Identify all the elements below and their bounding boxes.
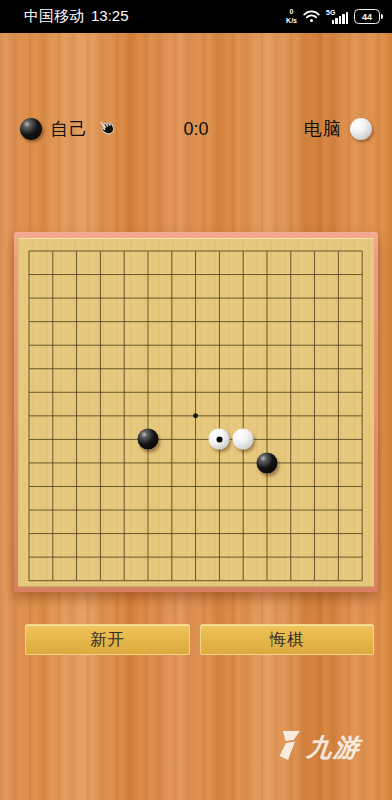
board-surface[interactable]: [18, 238, 374, 587]
white-stone: [209, 429, 230, 450]
carrier-label: 中国移动: [24, 7, 84, 26]
player-black-name: 自己: [50, 117, 88, 141]
status-bar: 中国移动 13:25 0 K/s 5G 44: [0, 0, 392, 33]
last-move-marker: [216, 436, 222, 442]
network-speed-unit: K/s: [286, 17, 297, 25]
player-bar: 自己 0:0 电脑: [0, 111, 392, 147]
gomoku-board[interactable]: [14, 232, 378, 592]
board-grid: [29, 251, 362, 581]
undo-button[interactable]: 悔棋: [200, 624, 374, 655]
network-speed-indicator: 0 K/s: [286, 8, 297, 24]
clock-label: 13:25: [91, 7, 129, 24]
battery-icon: 44: [354, 9, 380, 24]
signal-bars-icon: [332, 12, 348, 24]
wifi-icon: [303, 10, 320, 23]
black-stone: [138, 429, 159, 450]
player-white-name: 电脑: [304, 117, 342, 141]
player-white: 电脑: [304, 117, 372, 141]
turn-hand-cursor-icon: [94, 118, 115, 139]
cell-signal-icon: 5G: [326, 9, 348, 25]
control-bar: 新开 悔棋: [25, 624, 374, 655]
black-stone: [257, 452, 278, 473]
status-left: 中国移动 13:25: [24, 7, 129, 26]
new-game-button[interactable]: 新开: [25, 624, 190, 655]
network-speed-value: 0: [290, 8, 294, 16]
status-right: 0 K/s 5G 44: [286, 8, 380, 24]
black-stone-icon: [20, 118, 42, 140]
white-stone: [233, 429, 254, 450]
white-stone-icon: [350, 118, 372, 140]
battery-percent: 44: [362, 12, 372, 22]
player-black: 自己: [20, 117, 114, 141]
